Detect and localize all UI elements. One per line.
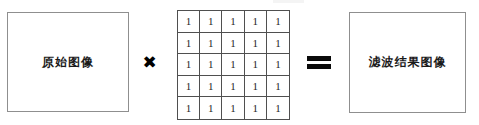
faint-artifact (273, 0, 304, 3)
kernel-cell: 1 (222, 33, 244, 55)
original-image-box: 原始图像 (7, 12, 129, 112)
kernel-grid: 1111111111111111111111111 (177, 10, 290, 120)
kernel-cell: 1 (222, 11, 244, 33)
kernel-cell: 1 (222, 54, 244, 76)
kernel-cell: 1 (222, 76, 244, 98)
kernel-cell: 1 (245, 33, 267, 55)
equals-bar-bottom (307, 64, 331, 69)
kernel-cell: 1 (178, 97, 200, 119)
kernel-cell: 1 (245, 97, 267, 119)
result-image-label: 滤波结果图像 (369, 54, 447, 71)
kernel-cell: 1 (267, 54, 289, 76)
kernel-cell: 1 (245, 11, 267, 33)
kernel-cell: 1 (267, 76, 289, 98)
kernel-cell: 1 (200, 54, 222, 76)
kernel-cell: 1 (267, 33, 289, 55)
kernel-cell: 1 (178, 33, 200, 55)
kernel-cell: 1 (178, 54, 200, 76)
kernel-cell: 1 (178, 11, 200, 33)
equals-icon (307, 56, 331, 69)
original-image-label: 原始图像 (42, 54, 94, 71)
multiply-icon: ✖ (139, 50, 160, 74)
kernel-cell: 1 (245, 54, 267, 76)
kernel-cell: 1 (178, 76, 200, 98)
equals-bar-top (307, 56, 331, 61)
kernel-cell: 1 (222, 97, 244, 119)
kernel-cell: 1 (267, 11, 289, 33)
kernel-cell: 1 (245, 76, 267, 98)
filter-diagram: 原始图像 ✖ 1111111111111111111111111 滤波结果图像 (0, 0, 479, 125)
result-image-box: 滤波结果图像 (349, 12, 466, 113)
kernel-cell: 1 (267, 97, 289, 119)
kernel-cell: 1 (200, 11, 222, 33)
kernel-cell: 1 (200, 33, 222, 55)
kernel-cell: 1 (200, 76, 222, 98)
kernel-cell: 1 (200, 97, 222, 119)
